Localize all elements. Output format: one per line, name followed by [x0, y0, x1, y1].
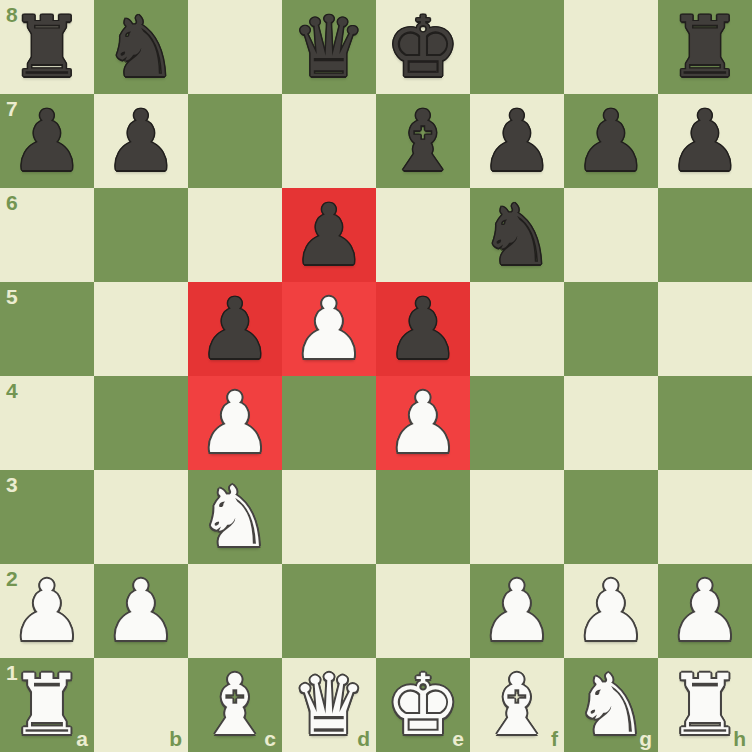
square-g6[interactable]: [564, 188, 658, 282]
rank-label-6: 6: [6, 192, 18, 213]
square-f8[interactable]: [470, 0, 564, 94]
square-a5[interactable]: 5: [0, 282, 94, 376]
square-e1[interactable]: e♚: [376, 658, 470, 752]
square-d3[interactable]: [282, 470, 376, 564]
square-g4[interactable]: [564, 376, 658, 470]
square-h1[interactable]: h♜: [658, 658, 752, 752]
black-bishop[interactable]: ♝: [385, 94, 460, 188]
square-g8[interactable]: [564, 0, 658, 94]
rank-label-7: 7: [6, 98, 18, 119]
white-knight[interactable]: ♞: [573, 658, 648, 752]
square-a3[interactable]: 3: [0, 470, 94, 564]
square-g5[interactable]: [564, 282, 658, 376]
square-f4[interactable]: [470, 376, 564, 470]
chess-board: 8♜♞♛♚♜7♟♟♝♟♟♟6♟♞5♟♟♟4♟♟3♞2♟♟♟♟♟1a♜bc♝d♛e…: [0, 0, 752, 752]
square-e5[interactable]: ♟: [376, 282, 470, 376]
white-pawn[interactable]: ♟: [385, 376, 460, 470]
black-queen[interactable]: ♛: [291, 0, 366, 94]
black-pawn[interactable]: ♟: [479, 94, 554, 188]
black-king[interactable]: ♚: [385, 0, 460, 94]
file-label-g: g: [639, 728, 652, 749]
rank-label-5: 5: [6, 286, 18, 307]
square-f2[interactable]: ♟: [470, 564, 564, 658]
file-label-h: h: [733, 728, 746, 749]
square-h4[interactable]: [658, 376, 752, 470]
black-pawn[interactable]: ♟: [573, 94, 648, 188]
file-label-b: b: [169, 728, 182, 749]
square-d6[interactable]: ♟: [282, 188, 376, 282]
white-pawn[interactable]: ♟: [667, 564, 742, 658]
black-pawn[interactable]: ♟: [103, 94, 178, 188]
white-bishop[interactable]: ♝: [197, 658, 272, 752]
white-knight[interactable]: ♞: [197, 470, 272, 564]
black-pawn[interactable]: ♟: [291, 188, 366, 282]
square-b6[interactable]: [94, 188, 188, 282]
square-a8[interactable]: 8♜: [0, 0, 94, 94]
square-f1[interactable]: f♝: [470, 658, 564, 752]
black-pawn[interactable]: ♟: [667, 94, 742, 188]
white-pawn[interactable]: ♟: [573, 564, 648, 658]
white-pawn[interactable]: ♟: [479, 564, 554, 658]
square-c4[interactable]: ♟: [188, 376, 282, 470]
rank-label-3: 3: [6, 474, 18, 495]
square-a7[interactable]: 7♟: [0, 94, 94, 188]
black-knight[interactable]: ♞: [103, 0, 178, 94]
square-b4[interactable]: [94, 376, 188, 470]
square-g7[interactable]: ♟: [564, 94, 658, 188]
black-pawn[interactable]: ♟: [9, 94, 84, 188]
square-a1[interactable]: 1a♜: [0, 658, 94, 752]
white-queen[interactable]: ♛: [291, 658, 366, 752]
square-c3[interactable]: ♞: [188, 470, 282, 564]
black-pawn[interactable]: ♟: [385, 282, 460, 376]
square-a6[interactable]: 6: [0, 188, 94, 282]
file-label-f: f: [551, 728, 558, 749]
square-b8[interactable]: ♞: [94, 0, 188, 94]
square-d5[interactable]: ♟: [282, 282, 376, 376]
square-b1[interactable]: b: [94, 658, 188, 752]
square-h6[interactable]: [658, 188, 752, 282]
square-e4[interactable]: ♟: [376, 376, 470, 470]
square-e7[interactable]: ♝: [376, 94, 470, 188]
rank-label-1: 1: [6, 662, 18, 683]
square-c8[interactable]: [188, 0, 282, 94]
file-label-c: c: [264, 728, 276, 749]
black-knight[interactable]: ♞: [479, 188, 554, 282]
square-e3[interactable]: [376, 470, 470, 564]
rank-label-8: 8: [6, 4, 18, 25]
square-b7[interactable]: ♟: [94, 94, 188, 188]
square-e8[interactable]: ♚: [376, 0, 470, 94]
square-a2[interactable]: 2♟: [0, 564, 94, 658]
square-h5[interactable]: [658, 282, 752, 376]
rank-label-4: 4: [6, 380, 18, 401]
square-d1[interactable]: d♛: [282, 658, 376, 752]
file-label-d: d: [357, 728, 370, 749]
black-rook[interactable]: ♜: [667, 0, 742, 94]
square-f6[interactable]: ♞: [470, 188, 564, 282]
white-pawn[interactable]: ♟: [291, 282, 366, 376]
square-d8[interactable]: ♛: [282, 0, 376, 94]
square-b5[interactable]: [94, 282, 188, 376]
square-g2[interactable]: ♟: [564, 564, 658, 658]
rank-label-2: 2: [6, 568, 18, 589]
white-king[interactable]: ♚: [385, 658, 460, 752]
white-rook[interactable]: ♜: [9, 658, 84, 752]
square-g3[interactable]: [564, 470, 658, 564]
white-bishop[interactable]: ♝: [479, 658, 554, 752]
file-label-a: a: [76, 728, 88, 749]
square-d4[interactable]: [282, 376, 376, 470]
square-d2[interactable]: [282, 564, 376, 658]
square-f3[interactable]: [470, 470, 564, 564]
square-h7[interactable]: ♟: [658, 94, 752, 188]
black-pawn[interactable]: ♟: [197, 282, 272, 376]
white-pawn[interactable]: ♟: [197, 376, 272, 470]
square-a4[interactable]: 4: [0, 376, 94, 470]
square-b2[interactable]: ♟: [94, 564, 188, 658]
square-c1[interactable]: c♝: [188, 658, 282, 752]
square-c6[interactable]: [188, 188, 282, 282]
square-f7[interactable]: ♟: [470, 94, 564, 188]
square-h8[interactable]: ♜: [658, 0, 752, 94]
white-rook[interactable]: ♜: [667, 658, 742, 752]
square-g1[interactable]: g♞: [564, 658, 658, 752]
white-pawn[interactable]: ♟: [103, 564, 178, 658]
file-label-e: e: [452, 728, 464, 749]
square-f5[interactable]: [470, 282, 564, 376]
white-pawn[interactable]: ♟: [9, 564, 84, 658]
square-e6[interactable]: [376, 188, 470, 282]
square-b3[interactable]: [94, 470, 188, 564]
square-d7[interactable]: [282, 94, 376, 188]
square-h2[interactable]: ♟: [658, 564, 752, 658]
square-c5[interactable]: ♟: [188, 282, 282, 376]
square-c2[interactable]: [188, 564, 282, 658]
square-h3[interactable]: [658, 470, 752, 564]
square-c7[interactable]: [188, 94, 282, 188]
black-rook[interactable]: ♜: [9, 0, 84, 94]
square-e2[interactable]: [376, 564, 470, 658]
